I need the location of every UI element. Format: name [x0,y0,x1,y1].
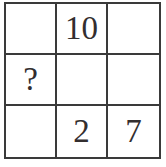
grid-cell-r0c2 [108,4,159,55]
grid-cell-r1c2 [108,55,159,106]
grid-cell-r0c1: 10 [57,4,108,55]
grid-cell-r2c1: 2 [57,106,108,157]
puzzle-grid: 10 ? 2 7 [4,2,161,159]
grid-cell-r1c0: ? [6,55,57,106]
grid-cell-r1c1 [57,55,108,106]
grid-cell-r2c0 [6,106,57,157]
grid-cell-r2c2: 7 [108,106,159,157]
grid-cell-r0c0 [6,4,57,55]
